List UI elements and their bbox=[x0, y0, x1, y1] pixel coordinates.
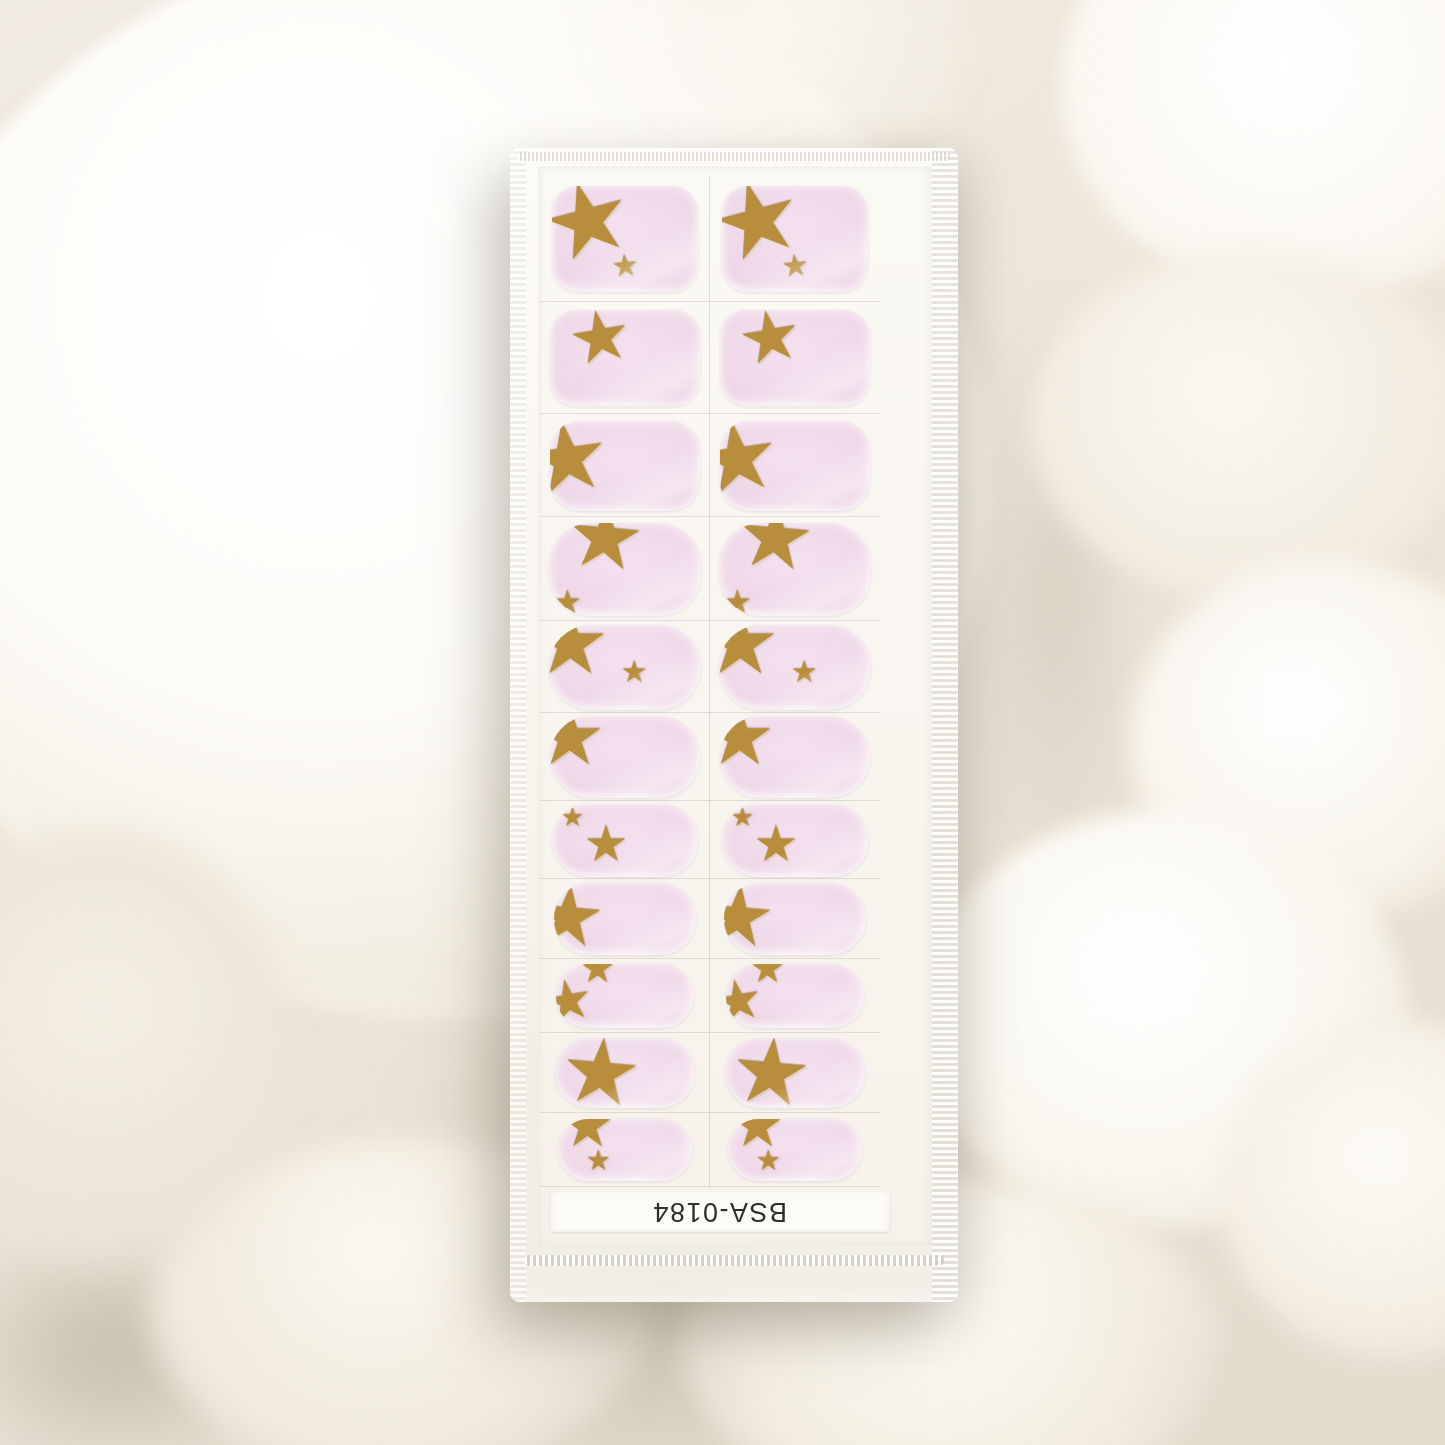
sheet-cell: ★ bbox=[710, 414, 880, 517]
gold-star-decal: ★ bbox=[756, 1147, 781, 1175]
sheet-cell: ★★ bbox=[540, 621, 710, 713]
nail-wrap-sticker: ★★ bbox=[726, 964, 864, 1028]
sheet-cell: ★ bbox=[540, 414, 710, 517]
sheet-cell: ★★ bbox=[540, 517, 710, 621]
wrap-grid: ★★★★★★★★★★★★★★★★★★★★★★★★★★★★★★★★★★ bbox=[540, 175, 880, 1187]
nail-wrap-sticker: ★ bbox=[554, 883, 696, 955]
nail-wrap-sticker: ★ bbox=[550, 716, 700, 798]
gold-star-decal: ★ bbox=[791, 657, 818, 687]
nail-wrap-sticker: ★★ bbox=[719, 625, 871, 710]
nail-wrap-sticker: ★ bbox=[720, 716, 870, 798]
gold-star-decal: ★ bbox=[584, 819, 629, 869]
nail-wrap-sticker: ★ bbox=[720, 310, 870, 406]
nail-wrap-sticker: ★ bbox=[724, 883, 866, 955]
sleeve-ribbed-edge-left bbox=[510, 148, 526, 1302]
nail-wrap-sticker: ★★ bbox=[549, 625, 701, 710]
sheet-cell: ★★ bbox=[540, 175, 710, 302]
sheet-cell: ★ bbox=[710, 302, 880, 414]
gold-star-decal: ★ bbox=[563, 310, 637, 377]
sheet-cell: ★★ bbox=[540, 1113, 710, 1187]
sheet-cell: ★★ bbox=[710, 621, 880, 713]
sheet-cell: ★ bbox=[540, 879, 710, 959]
sheet-cell: ★ bbox=[540, 713, 710, 801]
nail-wrap-sticker: ★★ bbox=[552, 186, 698, 292]
gold-star-decal: ★ bbox=[586, 1147, 611, 1175]
gold-star-decal: ★ bbox=[727, 1038, 815, 1108]
gold-star-decal: ★ bbox=[719, 625, 780, 688]
sheet-cell: ★ bbox=[540, 302, 710, 414]
sheet-cell: ★★ bbox=[540, 959, 710, 1033]
gold-star-decal: ★ bbox=[731, 804, 754, 830]
product-code-text: BSA-0184 bbox=[652, 1196, 787, 1227]
shadow-patch bbox=[930, 140, 1180, 1060]
gold-star-decal: ★ bbox=[561, 804, 584, 830]
nail-wrap-sticker: ★ bbox=[725, 1038, 865, 1108]
cotton-ball bbox=[920, 810, 1410, 1230]
sheet-cell: ★★ bbox=[710, 517, 880, 621]
cotton-ball bbox=[1030, 250, 1445, 600]
nail-wrap-sticker: ★★ bbox=[719, 523, 871, 616]
gold-star-decal: ★ bbox=[549, 625, 610, 688]
gold-star-decal: ★ bbox=[724, 883, 778, 955]
sleeve-stitch-bottom bbox=[524, 1255, 944, 1266]
gold-star-decal: ★ bbox=[732, 523, 818, 585]
nail-wrap-sticker: ★★ bbox=[556, 964, 694, 1028]
sheet-cell: ★★ bbox=[710, 801, 880, 879]
cotton-ball bbox=[1060, 0, 1445, 300]
shadow-patch bbox=[0, 1180, 340, 1445]
gold-star-decal: ★ bbox=[610, 250, 639, 282]
cotton-ball bbox=[1130, 560, 1445, 920]
nail-wrap-sticker: ★★ bbox=[549, 523, 701, 616]
nail-wrap-sticker: ★ bbox=[550, 421, 700, 511]
sheet-cell: ★★ bbox=[710, 1113, 880, 1187]
nail-wrap-sticker: ★ bbox=[555, 1038, 695, 1108]
nail-wrap-sticker: ★★ bbox=[722, 186, 868, 292]
gold-star-decal: ★ bbox=[780, 250, 809, 282]
sheet-cell: ★ bbox=[710, 879, 880, 959]
nail-wrap-sticker: ★★ bbox=[552, 804, 698, 877]
gold-star-decal: ★ bbox=[554, 883, 608, 955]
sheet-cell: ★★ bbox=[710, 959, 880, 1033]
sleeve-ribbed-edge-right bbox=[932, 148, 958, 1302]
sheet-cell: ★ bbox=[710, 1033, 880, 1113]
gold-star-decal: ★ bbox=[550, 421, 615, 511]
gold-star-decal: ★ bbox=[733, 310, 807, 377]
gold-star-decal: ★ bbox=[557, 1038, 645, 1108]
nail-wrap-sticker: ★★ bbox=[722, 804, 868, 877]
gold-star-decal: ★ bbox=[720, 716, 775, 777]
gold-star-decal: ★ bbox=[621, 657, 648, 687]
product-code-label: BSA-0184 bbox=[550, 1190, 890, 1232]
gold-star-decal: ★ bbox=[720, 421, 785, 511]
nail-wrap-sticker: ★ bbox=[550, 310, 700, 406]
cotton-ball bbox=[0, 830, 290, 1270]
sheet-cell: ★★ bbox=[540, 801, 710, 879]
gold-star-decal: ★ bbox=[562, 523, 648, 585]
sheet-cell: ★ bbox=[540, 1033, 710, 1113]
nail-wrap-sticker: ★★ bbox=[558, 1119, 692, 1181]
cotton-ball bbox=[560, 0, 980, 170]
gold-star-decal: ★ bbox=[723, 586, 752, 615]
gold-star-decal: ★ bbox=[754, 819, 799, 869]
nail-wrap-sticker: ★★ bbox=[728, 1119, 862, 1181]
sheet-cell: ★ bbox=[710, 713, 880, 801]
sleeve-stitch-top bbox=[518, 152, 950, 161]
cotton-ball bbox=[1220, 1020, 1445, 1360]
gold-star-decal: ★ bbox=[553, 586, 582, 615]
gold-star-decal: ★ bbox=[550, 716, 605, 777]
sheet-cell: ★★ bbox=[710, 175, 880, 302]
nail-wrap-sticker: ★ bbox=[720, 421, 870, 511]
